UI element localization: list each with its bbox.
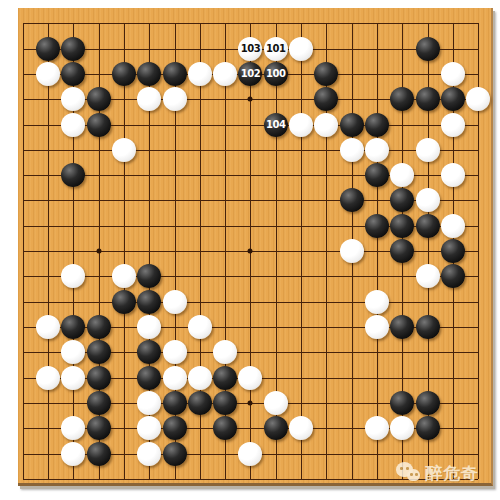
white-stone <box>188 366 212 390</box>
white-stone <box>36 315 60 339</box>
move-number-label: 101 <box>266 44 285 54</box>
grid-line-h <box>23 302 479 303</box>
white-stone <box>36 366 60 390</box>
watermark: 醉危奇 <box>396 456 488 490</box>
white-stone: 103 <box>238 37 262 61</box>
white-stone <box>112 138 136 162</box>
black-stone <box>441 239 465 263</box>
grid-line-h <box>23 276 479 277</box>
white-stone <box>213 340 237 364</box>
black-stone <box>416 315 440 339</box>
black-stone <box>188 391 212 415</box>
black-stone <box>416 391 440 415</box>
watermark-text: 醉危奇 <box>425 462 479 485</box>
white-stone <box>163 290 187 314</box>
white-stone <box>340 239 364 263</box>
black-stone <box>61 315 85 339</box>
black-stone <box>441 264 465 288</box>
white-stone <box>61 442 85 466</box>
white-stone <box>441 163 465 187</box>
white-stone <box>365 315 389 339</box>
white-stone <box>314 113 338 137</box>
move-number-label: 104 <box>266 120 285 130</box>
white-stone <box>163 87 187 111</box>
white-stone <box>390 163 414 187</box>
black-stone <box>340 113 364 137</box>
black-stone <box>112 62 136 86</box>
star-point <box>248 249 253 254</box>
black-stone <box>87 366 111 390</box>
white-stone <box>416 188 440 212</box>
white-stone <box>416 264 440 288</box>
star-point <box>248 400 253 405</box>
black-stone <box>213 391 237 415</box>
white-stone <box>61 340 85 364</box>
white-stone <box>390 416 414 440</box>
black-stone <box>390 188 414 212</box>
white-stone <box>365 416 389 440</box>
grid-line-v <box>301 23 302 479</box>
black-stone <box>61 163 85 187</box>
white-stone <box>238 366 262 390</box>
black-stone <box>163 62 187 86</box>
black-stone: 102 <box>238 62 262 86</box>
page-background: 103101102100104 醉危奇 <box>0 0 500 500</box>
white-stone <box>61 366 85 390</box>
white-stone <box>61 113 85 137</box>
black-stone <box>390 214 414 238</box>
black-stone <box>36 37 60 61</box>
white-stone <box>416 138 440 162</box>
white-stone <box>213 62 237 86</box>
black-stone <box>390 391 414 415</box>
black-stone <box>390 239 414 263</box>
white-stone <box>61 264 85 288</box>
move-number-label: 103 <box>241 44 260 54</box>
white-stone <box>365 138 389 162</box>
black-stone <box>137 366 161 390</box>
go-board: 103101102100104 <box>18 8 493 486</box>
black-stone <box>137 264 161 288</box>
black-stone <box>163 416 187 440</box>
black-stone <box>340 188 364 212</box>
black-stone <box>137 340 161 364</box>
black-stone <box>87 391 111 415</box>
white-stone <box>289 37 313 61</box>
black-stone <box>112 290 136 314</box>
white-stone <box>137 442 161 466</box>
black-stone <box>365 113 389 137</box>
white-stone <box>163 340 187 364</box>
white-stone <box>238 442 262 466</box>
white-stone <box>466 87 490 111</box>
black-stone <box>87 340 111 364</box>
white-stone <box>441 62 465 86</box>
white-stone <box>137 391 161 415</box>
white-stone <box>365 290 389 314</box>
white-stone <box>289 416 313 440</box>
star-point <box>248 97 253 102</box>
black-stone <box>61 37 85 61</box>
black-stone <box>61 62 85 86</box>
black-stone <box>416 416 440 440</box>
white-stone <box>289 113 313 137</box>
black-stone <box>87 87 111 111</box>
white-stone <box>61 416 85 440</box>
black-stone <box>163 442 187 466</box>
black-stone <box>441 87 465 111</box>
white-stone <box>441 214 465 238</box>
white-stone <box>137 416 161 440</box>
white-stone <box>264 391 288 415</box>
wechat-bubble-small <box>407 469 420 481</box>
black-stone <box>314 87 338 111</box>
black-stone <box>365 163 389 187</box>
black-stone <box>390 87 414 111</box>
white-stone <box>441 113 465 137</box>
black-stone <box>416 87 440 111</box>
white-stone <box>188 315 212 339</box>
move-number-label: 100 <box>266 69 285 79</box>
white-stone <box>163 366 187 390</box>
black-stone <box>87 442 111 466</box>
black-stone <box>314 62 338 86</box>
black-stone <box>137 290 161 314</box>
black-stone <box>390 315 414 339</box>
black-stone <box>365 214 389 238</box>
move-number-label: 102 <box>241 69 260 79</box>
black-stone <box>416 37 440 61</box>
black-stone: 100 <box>264 62 288 86</box>
black-stone <box>87 416 111 440</box>
black-stone <box>87 113 111 137</box>
black-stone <box>416 214 440 238</box>
white-stone <box>137 87 161 111</box>
black-stone <box>87 315 111 339</box>
white-stone <box>340 138 364 162</box>
black-stone: 104 <box>264 113 288 137</box>
grid-line-v <box>377 23 378 479</box>
wechat-icon <box>396 460 422 486</box>
white-stone <box>36 62 60 86</box>
black-stone <box>213 366 237 390</box>
white-stone <box>188 62 212 86</box>
black-stone <box>213 416 237 440</box>
star-point <box>96 249 101 254</box>
black-stone <box>137 62 161 86</box>
black-stone <box>264 416 288 440</box>
black-stone <box>163 391 187 415</box>
white-stone <box>112 264 136 288</box>
white-stone <box>137 315 161 339</box>
white-stone: 101 <box>264 37 288 61</box>
white-stone <box>61 87 85 111</box>
